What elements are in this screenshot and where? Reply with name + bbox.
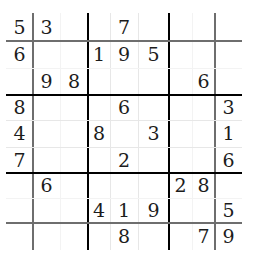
- cell-r1c3[interactable]: [60, 13, 88, 41]
- cell-r1c4[interactable]: [88, 13, 110, 41]
- cell-r5c6[interactable]: 3: [138, 120, 169, 147]
- cell-r3c2[interactable]: 9: [33, 68, 60, 95]
- cell-r2c8[interactable]: [192, 41, 215, 68]
- cell-r7c2[interactable]: 6: [33, 173, 60, 198]
- cell-r1c2[interactable]: 3: [33, 13, 60, 41]
- cell-r8c8[interactable]: [192, 198, 215, 223]
- cell-r7c8[interactable]: 8: [192, 173, 215, 198]
- cell-r4c5[interactable]: 6: [110, 95, 138, 120]
- cell-r3c4[interactable]: [88, 68, 110, 95]
- cell-r2c9[interactable]: [215, 41, 242, 68]
- cell-r7c3[interactable]: [60, 173, 88, 198]
- cell-r9c5[interactable]: 8: [110, 223, 138, 250]
- cell-r4c7[interactable]: [169, 95, 192, 120]
- sudoku-page: 537619598686348317266284195879: [0, 0, 268, 277]
- cell-r5c8[interactable]: [192, 120, 215, 147]
- cell-r7c5[interactable]: [110, 173, 138, 198]
- cell-r4c6[interactable]: [138, 95, 169, 120]
- cell-r7c4[interactable]: [88, 173, 110, 198]
- cell-r9c8[interactable]: 7: [192, 223, 215, 250]
- cell-r8c5[interactable]: 1: [110, 198, 138, 223]
- cell-r9c3[interactable]: [60, 223, 88, 250]
- cell-r8c7[interactable]: [169, 198, 192, 223]
- cell-r1c5[interactable]: 7: [110, 13, 138, 41]
- cell-r6c4[interactable]: [88, 147, 110, 173]
- cell-r8c2[interactable]: [33, 198, 60, 223]
- cell-r2c5[interactable]: 9: [110, 41, 138, 68]
- cell-r9c2[interactable]: [33, 223, 60, 250]
- cell-r5c7[interactable]: [169, 120, 192, 147]
- cell-r6c2[interactable]: [33, 147, 60, 173]
- cell-r3c9[interactable]: [215, 68, 242, 95]
- cell-r6c6[interactable]: [138, 147, 169, 173]
- cell-r5c4[interactable]: 8: [88, 120, 110, 147]
- cell-r4c1[interactable]: 8: [6, 95, 33, 120]
- cell-r8c9[interactable]: 5: [215, 198, 242, 223]
- cell-r5c9[interactable]: 1: [215, 120, 242, 147]
- cell-r1c6[interactable]: [138, 13, 169, 41]
- cell-r7c7[interactable]: 2: [169, 173, 192, 198]
- cell-r5c1[interactable]: 4: [6, 120, 33, 147]
- cell-r4c4[interactable]: [88, 95, 110, 120]
- cell-r7c1[interactable]: [6, 173, 33, 198]
- cell-r1c8[interactable]: [192, 13, 215, 41]
- cell-r3c1[interactable]: [6, 68, 33, 95]
- cell-r4c9[interactable]: 3: [215, 95, 242, 120]
- cell-r1c9[interactable]: [215, 13, 242, 41]
- cell-r4c8[interactable]: [192, 95, 215, 120]
- cell-r8c3[interactable]: [60, 198, 88, 223]
- cell-r9c4[interactable]: [88, 223, 110, 250]
- cell-r9c6[interactable]: [138, 223, 169, 250]
- sudoku-board: 537619598686348317266284195879: [6, 13, 242, 250]
- cell-r6c9[interactable]: 6: [215, 147, 242, 173]
- cell-r5c2[interactable]: [33, 120, 60, 147]
- cell-r9c7[interactable]: [169, 223, 192, 250]
- cell-r2c6[interactable]: 5: [138, 41, 169, 68]
- cell-r6c5[interactable]: 2: [110, 147, 138, 173]
- cell-r4c2[interactable]: [33, 95, 60, 120]
- cell-r5c3[interactable]: [60, 120, 88, 147]
- cell-r8c1[interactable]: [6, 198, 33, 223]
- cell-r3c7[interactable]: [169, 68, 192, 95]
- cell-r3c5[interactable]: [110, 68, 138, 95]
- cell-r2c7[interactable]: [169, 41, 192, 68]
- cell-r2c3[interactable]: [60, 41, 88, 68]
- cell-r3c6[interactable]: [138, 68, 169, 95]
- cell-r4c3[interactable]: [60, 95, 88, 120]
- cell-r6c1[interactable]: 7: [6, 147, 33, 173]
- cell-r5c5[interactable]: [110, 120, 138, 147]
- cell-r2c2[interactable]: [33, 41, 60, 68]
- cell-r9c1[interactable]: [6, 223, 33, 250]
- cell-r3c8[interactable]: 6: [192, 68, 215, 95]
- cell-r1c1[interactable]: 5: [6, 13, 33, 41]
- cell-r1c7[interactable]: [169, 13, 192, 41]
- cell-r7c6[interactable]: [138, 173, 169, 198]
- cell-r2c1[interactable]: 6: [6, 41, 33, 68]
- cell-r2c4[interactable]: 1: [88, 41, 110, 68]
- cell-r6c3[interactable]: [60, 147, 88, 173]
- cell-r7c9[interactable]: [215, 173, 242, 198]
- cell-r6c7[interactable]: [169, 147, 192, 173]
- cell-r8c6[interactable]: 9: [138, 198, 169, 223]
- cell-r3c3[interactable]: 8: [60, 68, 88, 95]
- cell-r8c4[interactable]: 4: [88, 198, 110, 223]
- cell-r9c9[interactable]: 9: [215, 223, 242, 250]
- cell-r6c8[interactable]: [192, 147, 215, 173]
